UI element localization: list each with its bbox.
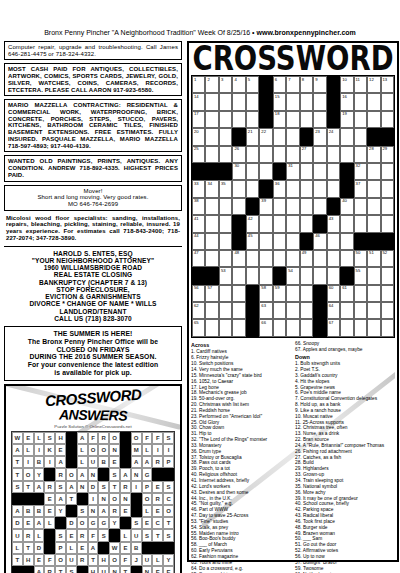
grid-cell[interactable] [219, 146, 232, 163]
grid-cell[interactable] [286, 250, 299, 267]
answer-cell: P [163, 456, 174, 468]
answer-cell: I [163, 444, 174, 456]
block-cell [192, 267, 205, 284]
grid-cell[interactable] [273, 250, 286, 267]
grid-cell[interactable] [286, 146, 299, 163]
grid-cell[interactable] [232, 111, 245, 128]
grid-cell[interactable] [367, 93, 380, 110]
grid-cell[interactable] [219, 215, 232, 232]
answer-cell: B [23, 505, 34, 517]
grid-cell[interactable] [327, 146, 340, 163]
grid-cell[interactable]: 47 [192, 250, 205, 267]
clue-number: 10 [342, 78, 347, 82]
grid-cell[interactable] [340, 146, 353, 163]
grid-cell[interactable] [205, 128, 218, 145]
grid-cell[interactable]: 58 [259, 285, 272, 302]
grid-cell[interactable] [354, 128, 367, 145]
grid-cell[interactable]: 43 [327, 215, 340, 232]
answer-block-cell [44, 468, 55, 480]
grid-cell[interactable]: 63 [259, 302, 272, 319]
grid-cell[interactable] [232, 180, 245, 197]
grid-cell[interactable] [259, 250, 272, 267]
answer-cell: S [55, 481, 66, 493]
grid-cell[interactable]: 67 [327, 319, 340, 336]
clue-number: 18 [275, 112, 280, 116]
clue-number: 23 [315, 130, 320, 134]
clue-number: 57 [207, 286, 212, 290]
grid-cell[interactable] [340, 319, 353, 336]
grid-cell[interactable] [381, 267, 394, 284]
grid-cell[interactable]: 32 [354, 163, 367, 180]
grid-cell[interactable] [219, 233, 232, 250]
clue-number: 1 [194, 78, 196, 82]
answer-block-cell [55, 517, 66, 529]
grid-cell[interactable]: 56 [192, 285, 205, 302]
text-line: STOP FORECLOSURE, [6, 286, 180, 293]
answer-cell: U [66, 554, 77, 566]
grid-cell[interactable] [340, 128, 353, 145]
grid-cell[interactable] [273, 302, 286, 319]
answer-block-cell [131, 505, 142, 517]
grid-cell[interactable]: 20 [192, 128, 205, 145]
crossword-column: CROSSWORD 123456789101112131415161718192… [187, 41, 399, 573]
answer-block-cell [131, 493, 142, 505]
grid-cell[interactable] [286, 233, 299, 250]
clue-number: 4 [234, 78, 236, 82]
grid-cell[interactable]: 44 [192, 233, 205, 250]
grid-cell[interactable]: 35 [219, 180, 232, 197]
grid-cell[interactable] [300, 198, 313, 215]
block-cell [246, 302, 259, 319]
grid-cell[interactable] [381, 285, 394, 302]
grid-cell[interactable] [205, 319, 218, 336]
grid-cell[interactable]: 28 [367, 146, 380, 163]
grid-cell[interactable] [246, 267, 259, 284]
grid-cell[interactable] [313, 111, 326, 128]
grid-cell[interactable] [286, 93, 299, 110]
grid-cell[interactable] [286, 198, 299, 215]
grid-cell[interactable] [313, 93, 326, 110]
across-header: Across [191, 342, 290, 349]
answer-cell: E [152, 481, 163, 493]
grid-cell[interactable]: 60 [327, 285, 340, 302]
grid-cell[interactable] [232, 302, 245, 319]
answer-cell: L [152, 554, 163, 566]
grid-cell[interactable] [259, 146, 272, 163]
clue-number: 17 [194, 112, 199, 116]
grid-cell[interactable] [340, 233, 353, 250]
grid-cell[interactable] [354, 198, 367, 215]
grid-cell[interactable] [300, 302, 313, 319]
grid-cell[interactable]: 42 [246, 215, 259, 232]
grid-cell[interactable]: 50 [354, 250, 367, 267]
clue-number: 3 [221, 78, 223, 82]
grid-cell[interactable] [273, 233, 286, 250]
across-list-1: 1. Cardiff natives6. Frizzy hairstyle10.… [191, 349, 290, 573]
grid-cell[interactable] [367, 180, 380, 197]
grid-cell[interactable]: 8 [300, 76, 313, 93]
clue-number: 8 [302, 78, 304, 82]
text-line: 1960 WILLIAMSBRIDGE ROAD [6, 264, 180, 271]
grid-cell[interactable] [313, 250, 326, 267]
grid-cell[interactable] [327, 180, 340, 197]
grid-cell[interactable] [381, 198, 394, 215]
answer-cell: D [34, 542, 45, 554]
answer-cell: T [66, 493, 77, 505]
grid-cell[interactable] [286, 111, 299, 128]
grid-cell[interactable]: 23 [313, 128, 326, 145]
grid-cell[interactable] [354, 146, 367, 163]
crossword-answers-box: CROSSWORD ANSWERS Puzzle Solution © Onli… [4, 384, 182, 573]
grid-cell[interactable] [300, 319, 313, 336]
grid-cell[interactable]: 3 [219, 76, 232, 93]
clue-number: 58 [261, 286, 266, 290]
grid-cell[interactable] [219, 302, 232, 319]
answer-cell: N [120, 493, 131, 505]
answer-block-cell [131, 566, 142, 573]
grid-cell[interactable] [259, 215, 272, 232]
grid-cell[interactable] [381, 215, 394, 232]
answer-cell: T [88, 554, 99, 566]
grid-cell[interactable] [219, 93, 232, 110]
answer-block-cell [98, 542, 109, 554]
grid-cell[interactable] [273, 146, 286, 163]
answer-block-cell [120, 456, 131, 468]
grid-cell[interactable] [300, 285, 313, 302]
answer-cell: E [77, 542, 88, 554]
grid-cell[interactable] [354, 111, 367, 128]
grid-cell[interactable] [205, 215, 218, 232]
grid-cell[interactable] [367, 215, 380, 232]
clue-number: 13 [383, 78, 388, 82]
grid-cell[interactable]: 19 [340, 111, 353, 128]
text-line: The Bronx Penny Pincher Office will be [7, 338, 179, 346]
grid-cell[interactable]: 29 [381, 146, 394, 163]
grid-cell[interactable] [381, 111, 394, 128]
answer-cell: L [44, 517, 55, 529]
clue-number: 5 [248, 78, 250, 82]
grid-cell[interactable] [273, 198, 286, 215]
grid-cell[interactable]: 57 [205, 285, 218, 302]
answer-cell: E [23, 517, 34, 529]
grid-cell[interactable] [246, 111, 259, 128]
grid-cell[interactable]: 31 [286, 163, 299, 180]
grid-cell[interactable]: 13 [381, 76, 394, 93]
grid-cell[interactable] [327, 233, 340, 250]
grid-cell[interactable] [327, 163, 340, 180]
grid-cell[interactable] [367, 163, 380, 180]
grid-cell[interactable] [232, 267, 245, 284]
grid-cell[interactable]: 46 [313, 233, 326, 250]
grid-cell[interactable] [300, 93, 313, 110]
grid-cell[interactable]: 33 [192, 180, 205, 197]
grid-cell[interactable]: 59 [273, 285, 286, 302]
grid-cell[interactable]: 18 [273, 111, 286, 128]
block-cell [259, 76, 272, 93]
grid-cell[interactable] [381, 93, 394, 110]
grid-cell[interactable] [340, 250, 353, 267]
grid-cell[interactable]: 2 [205, 76, 218, 93]
answer-cell: O [77, 517, 88, 529]
grid-cell[interactable]: 15 [273, 93, 286, 110]
grid-cell[interactable] [381, 180, 394, 197]
grid-cell[interactable]: 66 [259, 319, 272, 336]
grid-cell[interactable] [205, 93, 218, 110]
clue-number: 25 [194, 147, 199, 151]
answer-cell: C [152, 517, 163, 529]
grid-cell[interactable] [219, 285, 232, 302]
grid-cell[interactable]: 24 [327, 128, 340, 145]
grid-cell[interactable] [286, 128, 299, 145]
grid-cell[interactable] [313, 198, 326, 215]
grid-cell[interactable] [246, 93, 259, 110]
grid-cell[interactable]: 10 [340, 76, 353, 93]
text-line: BANKRUPTCY (CHAPTER 7 & 13) [6, 279, 180, 286]
grid-cell[interactable] [367, 302, 380, 319]
clue-number: 65 [194, 321, 199, 325]
clue-number: 54 [288, 269, 293, 273]
block-cell [313, 302, 326, 319]
answer-cell: L [142, 444, 153, 456]
grid-cell[interactable]: 36 [273, 180, 286, 197]
grid-cell[interactable]: 7 [286, 76, 299, 93]
grid-cell[interactable] [367, 198, 380, 215]
grid-cell[interactable]: 21 [246, 128, 259, 145]
grid-cell[interactable] [205, 233, 218, 250]
grid-cell[interactable] [273, 319, 286, 336]
grid-cell[interactable]: 12 [367, 76, 380, 93]
answer-grid: WELSHAFROOFFSALIKELOONMLIITIBIALUBEAARPT… [11, 431, 175, 573]
grid-cell[interactable] [367, 319, 380, 336]
grid-cell[interactable] [340, 302, 353, 319]
answer-block-cell [77, 493, 88, 505]
clue-number: 22 [261, 130, 266, 134]
answer-cell: N [77, 481, 88, 493]
grid-cell[interactable]: 39 [259, 198, 272, 215]
grid-cell[interactable] [205, 302, 218, 319]
grid-cell[interactable]: 55 [354, 267, 367, 284]
answer-cell: Y [55, 505, 66, 517]
grid-cell[interactable]: 25 [192, 146, 205, 163]
grid-cell[interactable] [219, 111, 232, 128]
grid-cell[interactable] [205, 250, 218, 267]
clue-number: 21 [248, 130, 253, 134]
grid-cell[interactable] [354, 302, 367, 319]
grid-cell[interactable]: 22 [259, 128, 272, 145]
ad-cash-paid: MOST CASH PAID FOR ANTIQUES, COLLECTIBLE… [4, 63, 182, 96]
grid-cell[interactable]: 14 [192, 93, 205, 110]
grid-cell[interactable] [286, 302, 299, 319]
grid-cell[interactable] [205, 111, 218, 128]
answer-cell: T [109, 481, 120, 493]
grid-cell[interactable] [367, 267, 380, 284]
clue-number: 9 [315, 78, 317, 82]
answer-block-cell [98, 468, 109, 480]
answer-cell: L [23, 444, 34, 456]
grid-cell[interactable] [232, 198, 245, 215]
answers-logo: CROSSWORD ANSWERS [11, 389, 175, 424]
grid-cell[interactable] [313, 163, 326, 180]
answer-block-cell [77, 566, 88, 573]
grid-cell[interactable] [232, 285, 245, 302]
grid-cell[interactable] [273, 215, 286, 232]
grid-cell[interactable]: 5 [246, 76, 259, 93]
grid-cell[interactable] [300, 111, 313, 128]
block-cell [232, 233, 245, 250]
grid-cell[interactable]: 45 [246, 233, 259, 250]
grid-cell[interactable] [286, 319, 299, 336]
grid-cell[interactable]: 40 [340, 198, 353, 215]
answer-cell: I [131, 481, 142, 493]
clue-number: 14 [194, 95, 199, 99]
grid-cell[interactable] [354, 93, 367, 110]
answer-cell: E [55, 444, 66, 456]
clue-number: 66 [261, 321, 266, 325]
grid-cell[interactable] [354, 215, 367, 232]
text-line: REAL ESTATE CLOSING [6, 271, 180, 278]
grid-cell[interactable]: 41 [192, 215, 205, 232]
grid-cell[interactable]: 11 [354, 76, 367, 93]
grid-cell[interactable]: 48 [232, 250, 245, 267]
answer-cell: L [34, 529, 45, 541]
clue-number: 64 [329, 304, 334, 308]
answer-block-cell [120, 517, 131, 529]
answer-cell: S [12, 481, 23, 493]
grid-cell[interactable] [259, 267, 272, 284]
grid-cell[interactable] [340, 215, 353, 232]
answer-cell: A [34, 481, 45, 493]
answer-cell: R [44, 566, 55, 573]
grid-cell[interactable] [300, 163, 313, 180]
grid-cell[interactable] [300, 215, 313, 232]
grid-cell[interactable] [286, 215, 299, 232]
grid-cell[interactable] [232, 93, 245, 110]
grid-cell[interactable]: 52 [381, 250, 394, 267]
grid-cell[interactable]: 1 [192, 76, 205, 93]
answer-cell: F [88, 529, 99, 541]
ad-mover: Mover!Short and long moving. Very good r… [4, 185, 182, 211]
grid-cell[interactable] [381, 302, 394, 319]
clue-number: 41 [194, 217, 199, 221]
grid-cell[interactable] [327, 267, 340, 284]
clue-number: 47 [194, 251, 199, 255]
grid-cell[interactable]: 38 [192, 198, 205, 215]
grid-cell[interactable] [205, 198, 218, 215]
grid-cell[interactable]: 26 [232, 146, 245, 163]
grid-cell[interactable]: 53 [219, 267, 232, 284]
grid-cell[interactable]: 17 [192, 111, 205, 128]
grid-cell[interactable]: 49 [300, 250, 313, 267]
answer-cell: M [131, 444, 142, 456]
grid-cell[interactable] [327, 250, 340, 267]
grid-cell[interactable] [246, 180, 259, 197]
grid-cell[interactable] [286, 285, 299, 302]
grid-cell[interactable] [313, 146, 326, 163]
grid-cell[interactable]: 51 [367, 250, 380, 267]
clue-number: 32 [356, 164, 361, 168]
grid-cell[interactable] [232, 319, 245, 336]
clue-number: 42 [248, 217, 253, 221]
answer-block-cell [152, 542, 163, 554]
grid-cell[interactable] [246, 250, 259, 267]
grid-cell[interactable]: 9 [313, 76, 326, 93]
clue-number: 67 [329, 321, 334, 325]
grid-cell[interactable]: 34 [205, 180, 218, 197]
grid-cell[interactable] [367, 285, 380, 302]
grid-cell[interactable] [219, 250, 232, 267]
grid-cell[interactable] [205, 146, 218, 163]
answer-cell: U [98, 566, 109, 573]
answer-cell: A [55, 493, 66, 505]
clue-number: 19 [342, 112, 347, 116]
grid-cell[interactable]: 30 [232, 163, 245, 180]
answer-block-cell [152, 468, 163, 480]
answer-cell: L [120, 529, 131, 541]
grid-cell[interactable]: 62 [192, 302, 205, 319]
grid-cell[interactable]: 37 [354, 180, 367, 197]
grid-cell[interactable] [354, 285, 367, 302]
clue-number: 30 [234, 164, 239, 168]
answer-cell: T [23, 542, 34, 554]
grid-cell[interactable] [246, 146, 259, 163]
answer-cell: R [98, 432, 109, 444]
answer-cell: I [88, 493, 99, 505]
grid-cell[interactable]: 6 [273, 76, 286, 93]
grid-cell[interactable] [367, 111, 380, 128]
answer-cell: L [12, 542, 23, 554]
answer-cell: E [142, 517, 153, 529]
clue-number: 61 [342, 286, 347, 290]
clue-number: 12 [369, 78, 374, 82]
block-cell [273, 163, 286, 180]
grid-cell[interactable] [313, 267, 326, 284]
grid-cell[interactable] [246, 163, 259, 180]
grid-cell[interactable] [273, 128, 286, 145]
grid-cell[interactable] [300, 267, 313, 284]
text-line: MO 646-764-2699 [8, 201, 178, 208]
grid-cell[interactable] [219, 319, 232, 336]
grid-cell[interactable]: 64 [327, 302, 340, 319]
grid-cell[interactable] [219, 128, 232, 145]
answer-cell: S [109, 468, 120, 480]
grid-cell[interactable]: 61 [340, 285, 353, 302]
grid-cell[interactable] [259, 163, 272, 180]
grid-cell[interactable] [259, 233, 272, 250]
text-line: "YOUR NEIGHBORHOOD ATTORNEY" [6, 257, 180, 264]
grid-cell[interactable] [354, 319, 367, 336]
grid-cell[interactable] [313, 180, 326, 197]
answer-cell: O [109, 432, 120, 444]
block-cell [300, 128, 313, 145]
answer-cell: S [163, 481, 174, 493]
block-cell [192, 163, 205, 180]
grid-cell[interactable]: 27 [300, 146, 313, 163]
grid-cell[interactable] [381, 319, 394, 336]
ad-summer-notice: THE SUMMER IS HERE!The Bronx Penny Pinch… [4, 326, 182, 381]
grid-cell[interactable] [300, 180, 313, 197]
puzzle-grid[interactable]: 1234567891011121314151617181920212223242… [191, 75, 395, 338]
down-header: Down [295, 354, 394, 361]
grid-cell[interactable]: 54 [286, 267, 299, 284]
grid-cell[interactable]: 16 [340, 93, 353, 110]
grid-cell[interactable] [219, 198, 232, 215]
answer-cell: E [152, 505, 163, 517]
grid-cell[interactable]: 4 [232, 76, 245, 93]
grid-cell[interactable]: 65 [192, 319, 205, 336]
grid-cell[interactable] [381, 163, 394, 180]
block-cell [246, 285, 259, 302]
grid-cell[interactable] [286, 180, 299, 197]
